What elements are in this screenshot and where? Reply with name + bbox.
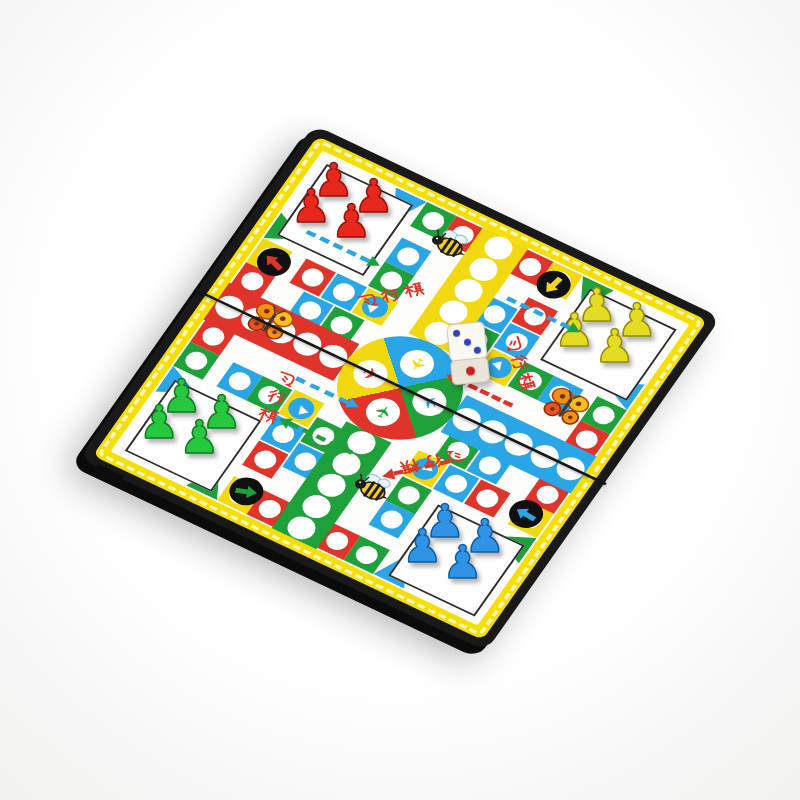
red-launch-arrow-icon [261,251,287,273]
board-frame: ▲▲▲▲✈✈✈✈♟♟♟♟♟♟♟♟♟♟♟♟♟♟♟♟ [79,125,721,651]
die-front-face [450,357,490,386]
die-pip [463,338,471,346]
yellow-pawn-4[interactable]: ♟ [594,323,635,369]
die-pip [453,329,461,337]
green-rosette-circle: ✈ [360,393,406,431]
blue-pawn-3[interactable]: ♟ [402,523,443,569]
green-pawn-4[interactable]: ♟ [179,414,220,460]
green-plane-icon: ✈ [370,402,396,422]
track-cell-circle [250,447,280,472]
game-board: ▲▲▲▲✈✈✈✈♟♟♟♟♟♟♟♟♟♟♟♟♟♟♟♟ [79,125,721,651]
photo-background: ▲▲▲▲✈✈✈✈♟♟♟♟♟♟♟♟♟♟♟♟♟♟♟♟ [0,0,800,800]
die-pip [466,366,476,376]
die-body [446,321,490,386]
red-pawn-4[interactable]: ♟ [331,198,372,244]
die-pip [474,346,482,354]
blue-launch-arrow-icon [513,504,540,524]
yellow-plane-icon: ✈ [404,354,430,374]
yellow-rosette-circle: ✈ [394,345,440,383]
die[interactable] [449,323,487,384]
yellow-launch-arrow-icon [541,274,567,296]
red-pawn-3[interactable]: ♟ [291,183,332,229]
green-launch-arrow-icon [234,484,258,499]
blue-pawn-4[interactable]: ♟ [442,539,483,585]
shortcut-arrow-icon: ▲ [295,402,308,414]
green-pawn-3[interactable]: ♟ [139,399,180,445]
